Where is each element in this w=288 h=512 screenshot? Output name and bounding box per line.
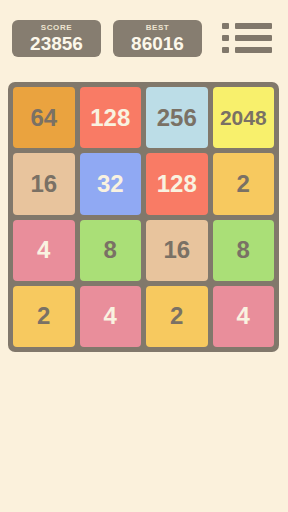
tile-r2c1-16: 16 [13, 153, 75, 214]
score-box: SCORE 23856 [12, 20, 101, 57]
tile-r4c2-4: 4 [80, 286, 142, 347]
tile-r3c4-8: 8 [213, 220, 275, 281]
menu-button[interactable] [222, 23, 272, 53]
tile-r1c3-256: 256 [146, 87, 208, 148]
tile-r1c1-64: 64 [13, 87, 75, 148]
best-label: BEST [146, 23, 170, 33]
tile-r4c4-4: 4 [213, 286, 275, 347]
best-box: BEST 86016 [113, 20, 202, 57]
list-menu-icon [222, 35, 272, 41]
score-value: 23856 [30, 33, 83, 54]
tile-r2c4-2: 2 [213, 153, 275, 214]
list-menu-icon [222, 47, 272, 53]
tile-r4c3-2: 2 [146, 286, 208, 347]
score-label: SCORE [41, 23, 72, 33]
tile-r1c4-2048: 2048 [213, 87, 275, 148]
tile-r2c2-32: 32 [80, 153, 142, 214]
tile-r3c2-8: 8 [80, 220, 142, 281]
tile-r3c3-16: 16 [146, 220, 208, 281]
list-menu-icon [222, 23, 272, 29]
tile-r3c1-4: 4 [13, 220, 75, 281]
best-value: 86016 [131, 33, 184, 54]
game-board[interactable]: 64128256204816321282481682424 [8, 82, 279, 352]
tile-r1c2-128: 128 [80, 87, 142, 148]
tile-r4c1-2: 2 [13, 286, 75, 347]
tile-r2c3-128: 128 [146, 153, 208, 214]
